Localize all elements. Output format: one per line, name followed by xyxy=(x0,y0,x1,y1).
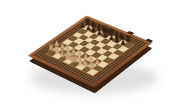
scene: ♜♞♝♛♚♝♞♜♟♟♟♟♟♟♟♟♟♟♟♟♟♟♟♟♜♞♝♛♚♝♞♜ xyxy=(0,0,175,105)
chess-set-photo: ♜♞♝♛♚♝♞♜♟♟♟♟♟♟♟♟♟♟♟♟♟♟♟♟♜♞♝♛♚♝♞♜ xyxy=(0,0,175,105)
square-b6[interactable] xyxy=(78,34,89,40)
square-d6[interactable] xyxy=(89,39,100,45)
square-c7[interactable] xyxy=(89,33,100,39)
piece-black-pawn[interactable]: ♟ xyxy=(77,20,89,32)
piece-black-pawn[interactable]: ♟ xyxy=(88,25,100,37)
square-a7[interactable] xyxy=(78,28,89,34)
square-c8[interactable] xyxy=(94,30,105,36)
square-a6[interactable] xyxy=(73,32,84,38)
square-d7[interactable] xyxy=(95,36,106,42)
piece-black-pawn[interactable]: ♟ xyxy=(94,27,106,39)
square-c5[interactable] xyxy=(79,40,90,46)
piece-white-rook[interactable]: ♜ xyxy=(86,60,99,73)
square-b5[interactable] xyxy=(73,38,84,44)
perspective-tilt: ♜♞♝♛♚♝♞♜♟♟♟♟♟♟♟♟♟♟♟♟♟♟♟♟♜♞♝♛♚♝♞♜ xyxy=(0,0,175,105)
piece-black-rook[interactable]: ♜ xyxy=(82,17,94,29)
square-b7[interactable] xyxy=(83,31,94,37)
piece-black-knight[interactable]: ♞ xyxy=(87,19,99,31)
piece-black-pawn[interactable]: ♟ xyxy=(100,29,112,41)
square-c6[interactable] xyxy=(84,37,95,43)
square-a8[interactable] xyxy=(83,25,94,31)
square-a5[interactable] xyxy=(67,36,78,42)
piece-black-bishop[interactable]: ♝ xyxy=(93,21,105,33)
board-top-face: ♜♞♝♛♚♝♞♜♟♟♟♟♟♟♟♟♟♟♟♟♟♟♟♟♜♞♝♛♚♝♞♜ xyxy=(28,16,152,88)
piece-black-pawn[interactable]: ♟ xyxy=(82,22,94,34)
piece-black-queen[interactable]: ♛ xyxy=(99,24,111,36)
square-b8[interactable] xyxy=(88,27,99,33)
square-e7[interactable] xyxy=(100,38,111,44)
square-d8[interactable] xyxy=(100,32,111,38)
piece-black-pawn[interactable]: ♟ xyxy=(117,37,129,49)
